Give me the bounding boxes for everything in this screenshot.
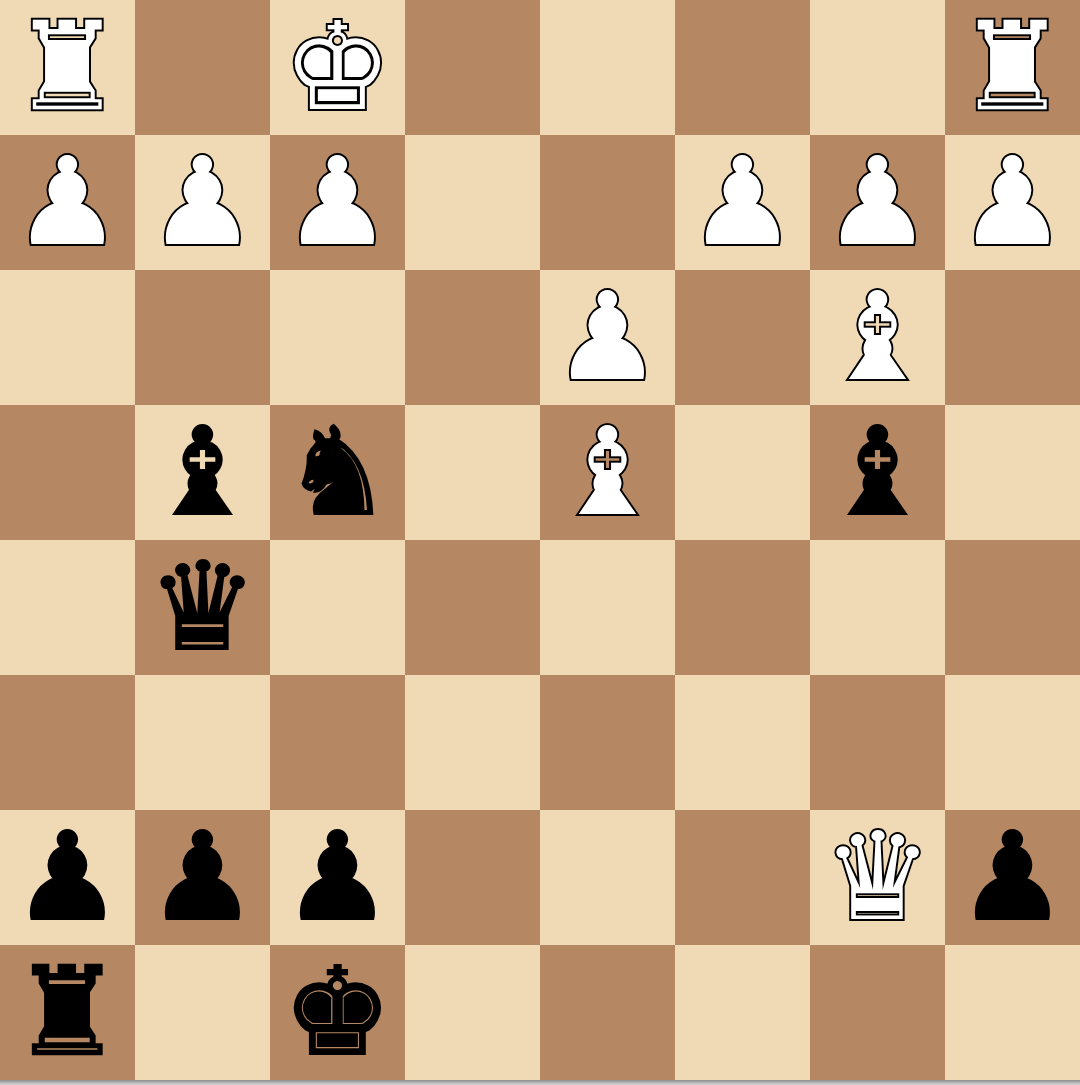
square-f8[interactable]: ♚ (270, 945, 405, 1080)
piece-black-knight[interactable]: ♞ (283, 405, 392, 540)
square-c5[interactable] (675, 540, 810, 675)
piece-white-queen[interactable]: ♛ (823, 810, 932, 945)
square-f3[interactable] (270, 270, 405, 405)
square-d1[interactable] (540, 0, 675, 135)
piece-white-pawn[interactable]: ♟ (958, 135, 1067, 270)
square-d8[interactable] (540, 945, 675, 1080)
piece-black-rook[interactable]: ♜ (13, 945, 122, 1080)
square-e6[interactable] (405, 675, 540, 810)
piece-white-pawn[interactable]: ♟ (823, 135, 932, 270)
piece-white-rook[interactable]: ♜ (958, 0, 1067, 135)
square-e7[interactable] (405, 810, 540, 945)
piece-white-pawn[interactable]: ♟ (553, 270, 662, 405)
square-a5[interactable] (945, 540, 1080, 675)
square-b4[interactable]: ♝ (810, 405, 945, 540)
square-a7[interactable]: ♟ (945, 810, 1080, 945)
square-b8[interactable] (810, 945, 945, 1080)
square-c3[interactable] (675, 270, 810, 405)
piece-white-pawn[interactable]: ♟ (283, 135, 392, 270)
piece-white-rook[interactable]: ♜ (13, 0, 122, 135)
square-g6[interactable] (135, 675, 270, 810)
piece-white-king[interactable]: ♚ (283, 0, 392, 135)
page: ♜♚♜♟♟♟♟♟♟♟♝♝♞♝♝♛♟♟♟♛♟♜♚ (0, 0, 1080, 1085)
piece-black-queen[interactable]: ♛ (148, 540, 257, 675)
square-b2[interactable]: ♟ (810, 135, 945, 270)
square-a2[interactable]: ♟ (945, 135, 1080, 270)
square-c2[interactable]: ♟ (675, 135, 810, 270)
square-f2[interactable]: ♟ (270, 135, 405, 270)
square-e2[interactable] (405, 135, 540, 270)
square-f4[interactable]: ♞ (270, 405, 405, 540)
square-b3[interactable]: ♝ (810, 270, 945, 405)
square-a6[interactable] (945, 675, 1080, 810)
square-g1[interactable] (135, 0, 270, 135)
square-g8[interactable] (135, 945, 270, 1080)
square-d2[interactable] (540, 135, 675, 270)
square-c7[interactable] (675, 810, 810, 945)
piece-black-king[interactable]: ♚ (283, 945, 392, 1080)
square-c4[interactable] (675, 405, 810, 540)
square-g3[interactable] (135, 270, 270, 405)
square-h4[interactable] (0, 405, 135, 540)
square-g4[interactable]: ♝ (135, 405, 270, 540)
square-g7[interactable]: ♟ (135, 810, 270, 945)
square-h1[interactable]: ♜ (0, 0, 135, 135)
piece-white-pawn[interactable]: ♟ (13, 135, 122, 270)
square-f1[interactable]: ♚ (270, 0, 405, 135)
square-a1[interactable]: ♜ (945, 0, 1080, 135)
square-f6[interactable] (270, 675, 405, 810)
square-b7[interactable]: ♛ (810, 810, 945, 945)
square-e3[interactable] (405, 270, 540, 405)
square-b1[interactable] (810, 0, 945, 135)
square-h8[interactable]: ♜ (0, 945, 135, 1080)
piece-white-pawn[interactable]: ♟ (148, 135, 257, 270)
square-c1[interactable] (675, 0, 810, 135)
piece-white-bishop[interactable]: ♝ (823, 270, 932, 405)
square-e8[interactable] (405, 945, 540, 1080)
square-b6[interactable] (810, 675, 945, 810)
piece-black-pawn[interactable]: ♟ (958, 810, 1067, 945)
square-f7[interactable]: ♟ (270, 810, 405, 945)
square-b5[interactable] (810, 540, 945, 675)
piece-white-bishop[interactable]: ♝ (553, 405, 662, 540)
chess-board: ♜♚♜♟♟♟♟♟♟♟♝♝♞♝♝♛♟♟♟♛♟♜♚ (0, 0, 1080, 1080)
square-f5[interactable] (270, 540, 405, 675)
square-d5[interactable] (540, 540, 675, 675)
piece-black-pawn[interactable]: ♟ (148, 810, 257, 945)
piece-black-bishop[interactable]: ♝ (148, 405, 257, 540)
square-g5[interactable]: ♛ (135, 540, 270, 675)
square-a4[interactable] (945, 405, 1080, 540)
square-d4[interactable]: ♝ (540, 405, 675, 540)
piece-black-bishop[interactable]: ♝ (823, 405, 932, 540)
square-h3[interactable] (0, 270, 135, 405)
square-e5[interactable] (405, 540, 540, 675)
square-h5[interactable] (0, 540, 135, 675)
square-d6[interactable] (540, 675, 675, 810)
square-d3[interactable]: ♟ (540, 270, 675, 405)
square-e4[interactable] (405, 405, 540, 540)
piece-white-pawn[interactable]: ♟ (688, 135, 797, 270)
square-c6[interactable] (675, 675, 810, 810)
square-a3[interactable] (945, 270, 1080, 405)
square-e1[interactable] (405, 0, 540, 135)
square-h7[interactable]: ♟ (0, 810, 135, 945)
square-d7[interactable] (540, 810, 675, 945)
square-c8[interactable] (675, 945, 810, 1080)
square-h2[interactable]: ♟ (0, 135, 135, 270)
square-h6[interactable] (0, 675, 135, 810)
square-a8[interactable] (945, 945, 1080, 1080)
piece-black-pawn[interactable]: ♟ (13, 810, 122, 945)
square-g2[interactable]: ♟ (135, 135, 270, 270)
board-bottom-shadow (0, 1080, 1080, 1085)
piece-black-pawn[interactable]: ♟ (283, 810, 392, 945)
